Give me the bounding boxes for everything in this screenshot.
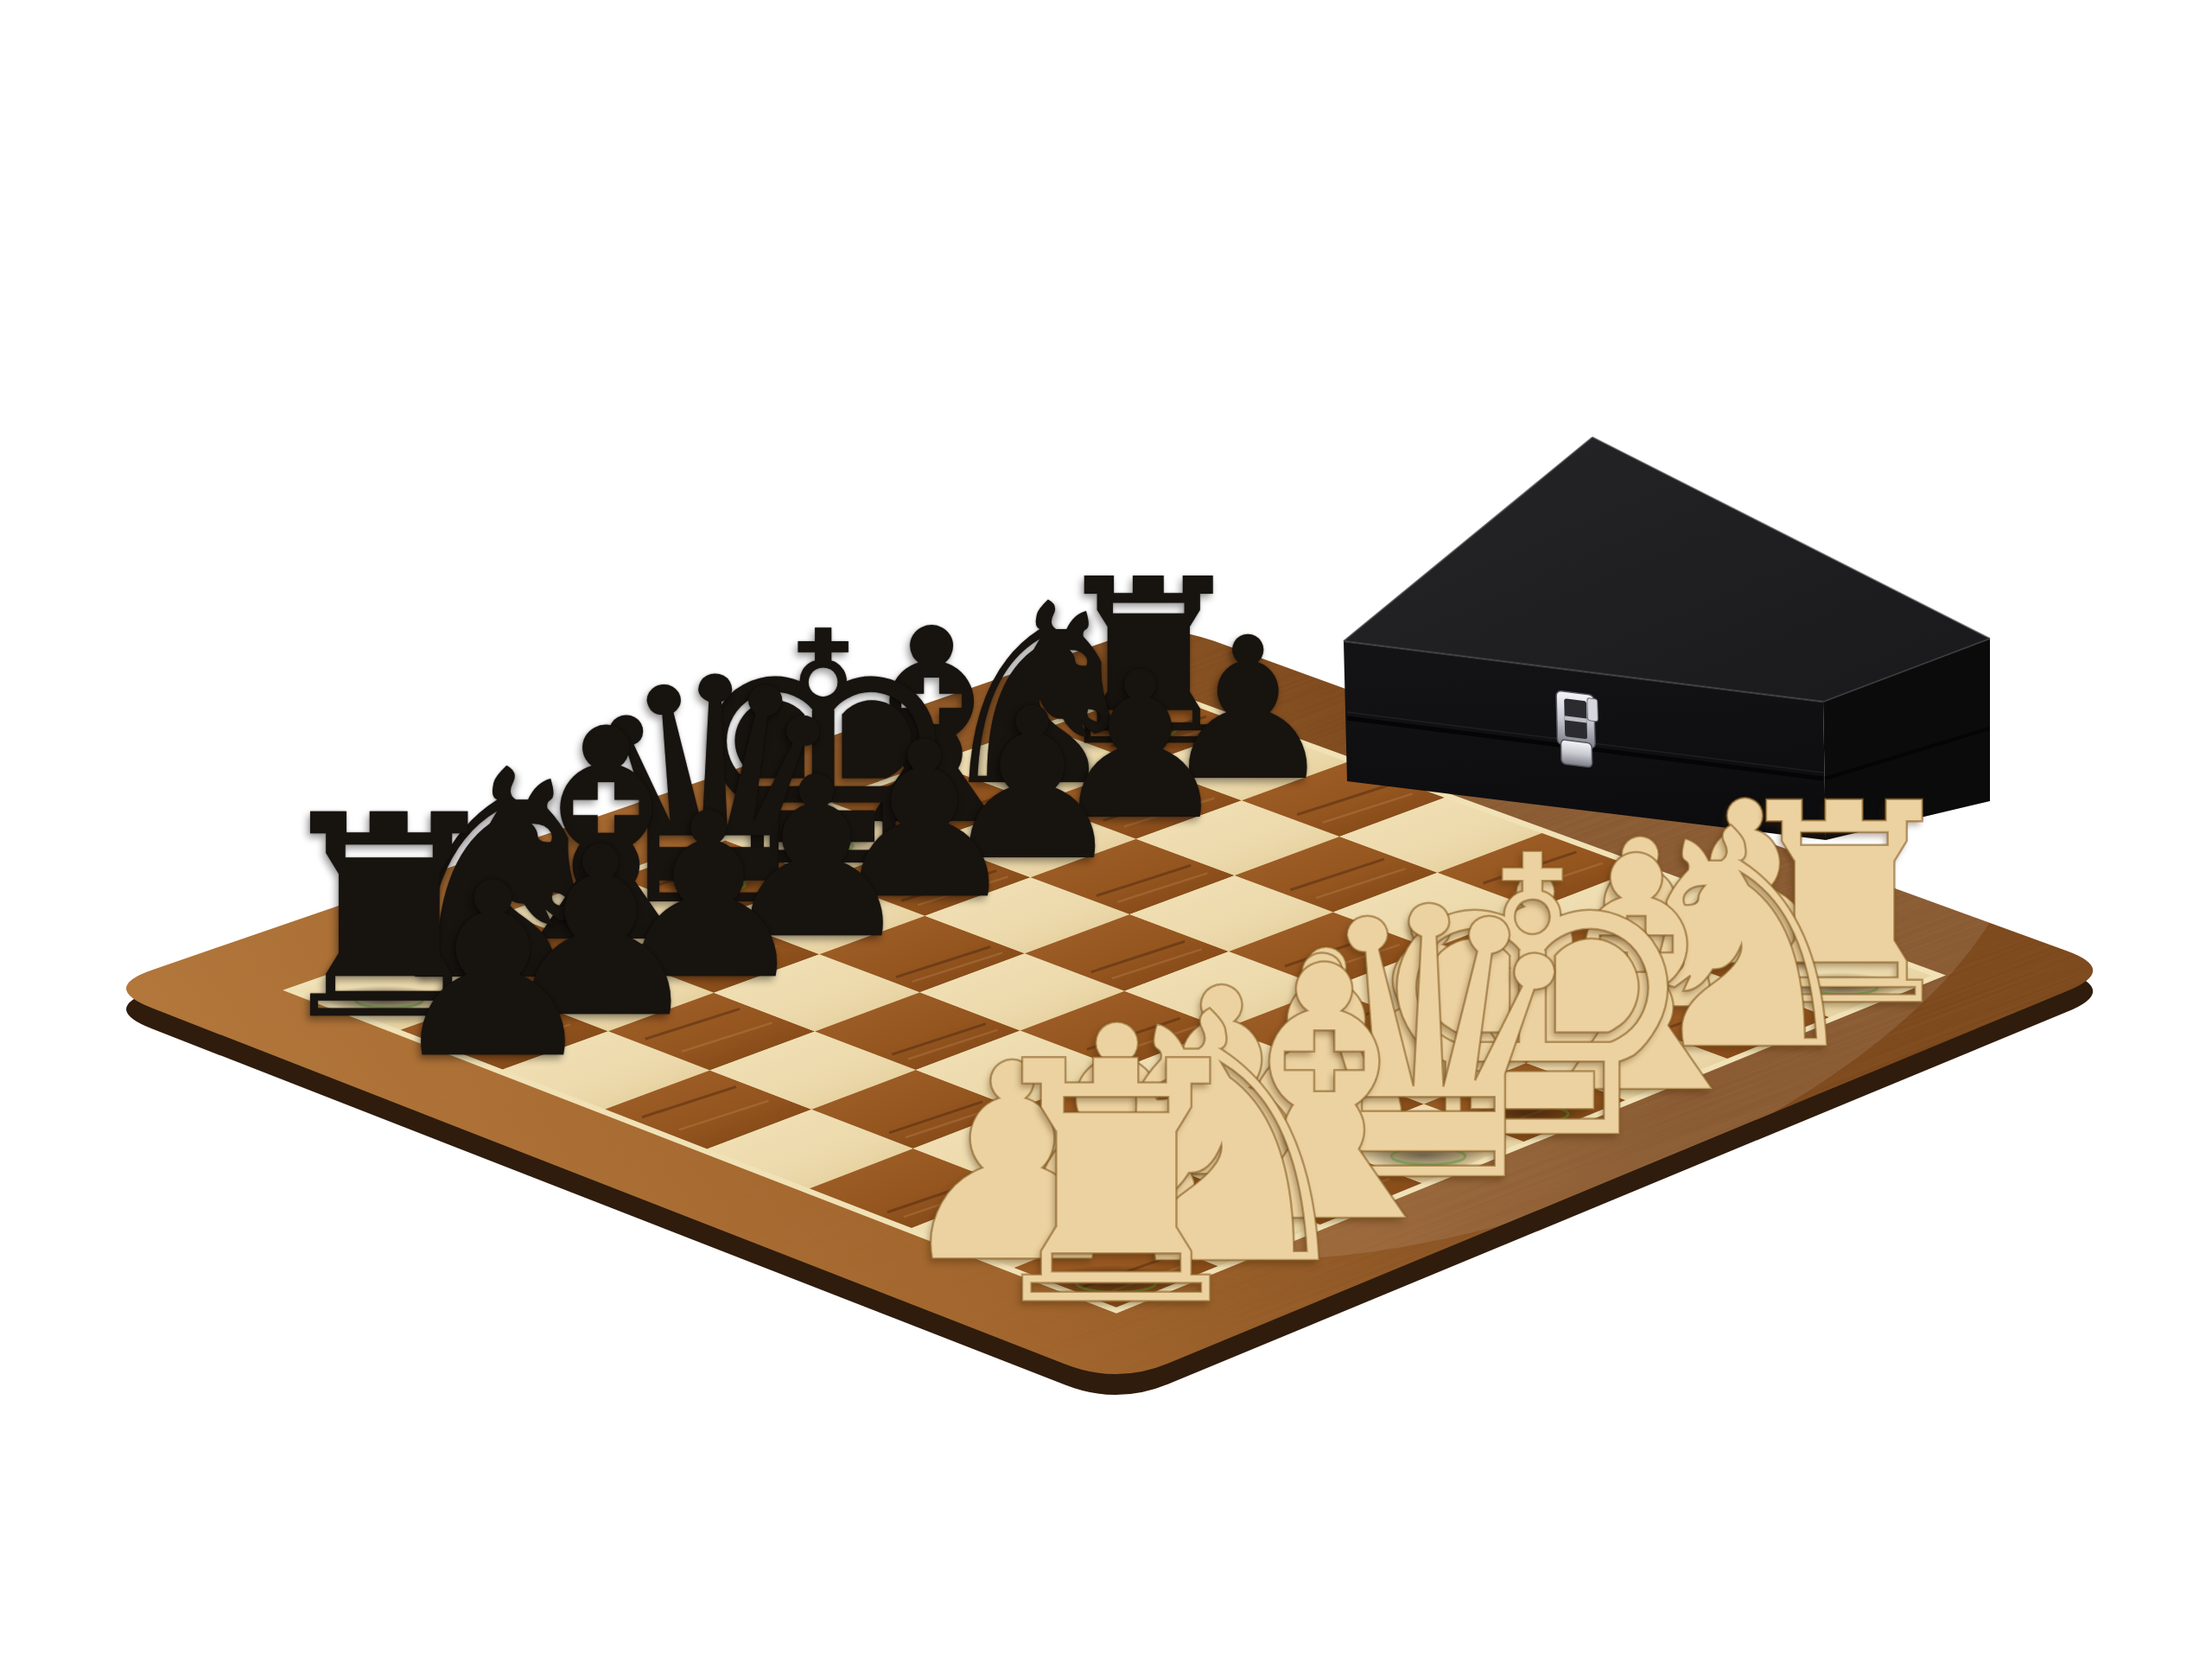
piece-shadow xyxy=(1677,1014,1793,1043)
piece-shadow xyxy=(437,947,548,975)
piece-shadow xyxy=(327,985,441,1014)
chess-set-product-photo: ♜♞♝♛♚♝♞♜♟♟♟♟♟♟♟♟♟♟♟♟♟♟♟♟♜♞♝♛♚♝♞♜ xyxy=(0,0,2212,1661)
piece-shadow xyxy=(1360,1140,1485,1171)
piece-shadow xyxy=(1572,1056,1691,1085)
storage-box xyxy=(1344,437,1990,840)
piece-shadow xyxy=(548,909,656,936)
piece-shadow xyxy=(1043,1265,1179,1299)
piece-shadow xyxy=(1783,972,1896,1001)
chess-board xyxy=(0,0,2212,1661)
piece-shadow xyxy=(1254,1181,1382,1213)
piece-shadow xyxy=(658,871,762,897)
piece-shadow xyxy=(1148,1224,1281,1257)
piece-shadow xyxy=(1465,1098,1588,1128)
